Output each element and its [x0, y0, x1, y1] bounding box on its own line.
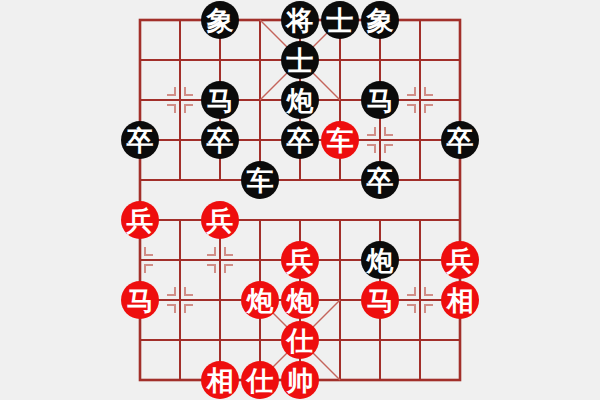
piece-red-advisor[interactable]: 仕 — [241, 361, 279, 399]
xiangqi-board: 象将士象士马炮马卒卒卒车卒车卒兵兵兵炮兵马炮炮马相仕相仕帅 — [0, 0, 600, 400]
piece-black-soldier[interactable]: 卒 — [201, 121, 239, 159]
piece-black-soldier[interactable]: 卒 — [361, 161, 399, 199]
piece-black-elephant[interactable]: 象 — [361, 1, 399, 39]
piece-red-soldier[interactable]: 兵 — [281, 241, 319, 279]
piece-black-horse[interactable]: 马 — [201, 81, 239, 119]
pieces-layer: 象将士象士马炮马卒卒卒车卒车卒兵兵兵炮兵马炮炮马相仕相仕帅 — [0, 0, 600, 400]
piece-black-cannon[interactable]: 炮 — [281, 81, 319, 119]
piece-red-general[interactable]: 帅 — [281, 361, 319, 399]
piece-black-general[interactable]: 将 — [281, 1, 319, 39]
piece-red-soldier[interactable]: 兵 — [201, 201, 239, 239]
piece-black-chariot[interactable]: 车 — [241, 161, 279, 199]
piece-red-soldier[interactable]: 兵 — [121, 201, 159, 239]
piece-red-horse[interactable]: 马 — [121, 281, 159, 319]
piece-black-soldier[interactable]: 卒 — [441, 121, 479, 159]
piece-red-advisor[interactable]: 仕 — [281, 321, 319, 359]
piece-black-soldier[interactable]: 卒 — [121, 121, 159, 159]
piece-black-advisor[interactable]: 士 — [281, 41, 319, 79]
piece-red-chariot[interactable]: 车 — [321, 121, 359, 159]
piece-red-soldier[interactable]: 兵 — [441, 241, 479, 279]
piece-red-elephant[interactable]: 相 — [201, 361, 239, 399]
piece-black-advisor[interactable]: 士 — [321, 1, 359, 39]
piece-red-elephant[interactable]: 相 — [441, 281, 479, 319]
piece-black-elephant[interactable]: 象 — [201, 1, 239, 39]
piece-black-soldier[interactable]: 卒 — [281, 121, 319, 159]
piece-black-horse[interactable]: 马 — [361, 81, 399, 119]
piece-red-horse[interactable]: 马 — [361, 281, 399, 319]
piece-red-cannon[interactable]: 炮 — [241, 281, 279, 319]
piece-red-cannon[interactable]: 炮 — [281, 281, 319, 319]
piece-black-cannon[interactable]: 炮 — [361, 241, 399, 279]
